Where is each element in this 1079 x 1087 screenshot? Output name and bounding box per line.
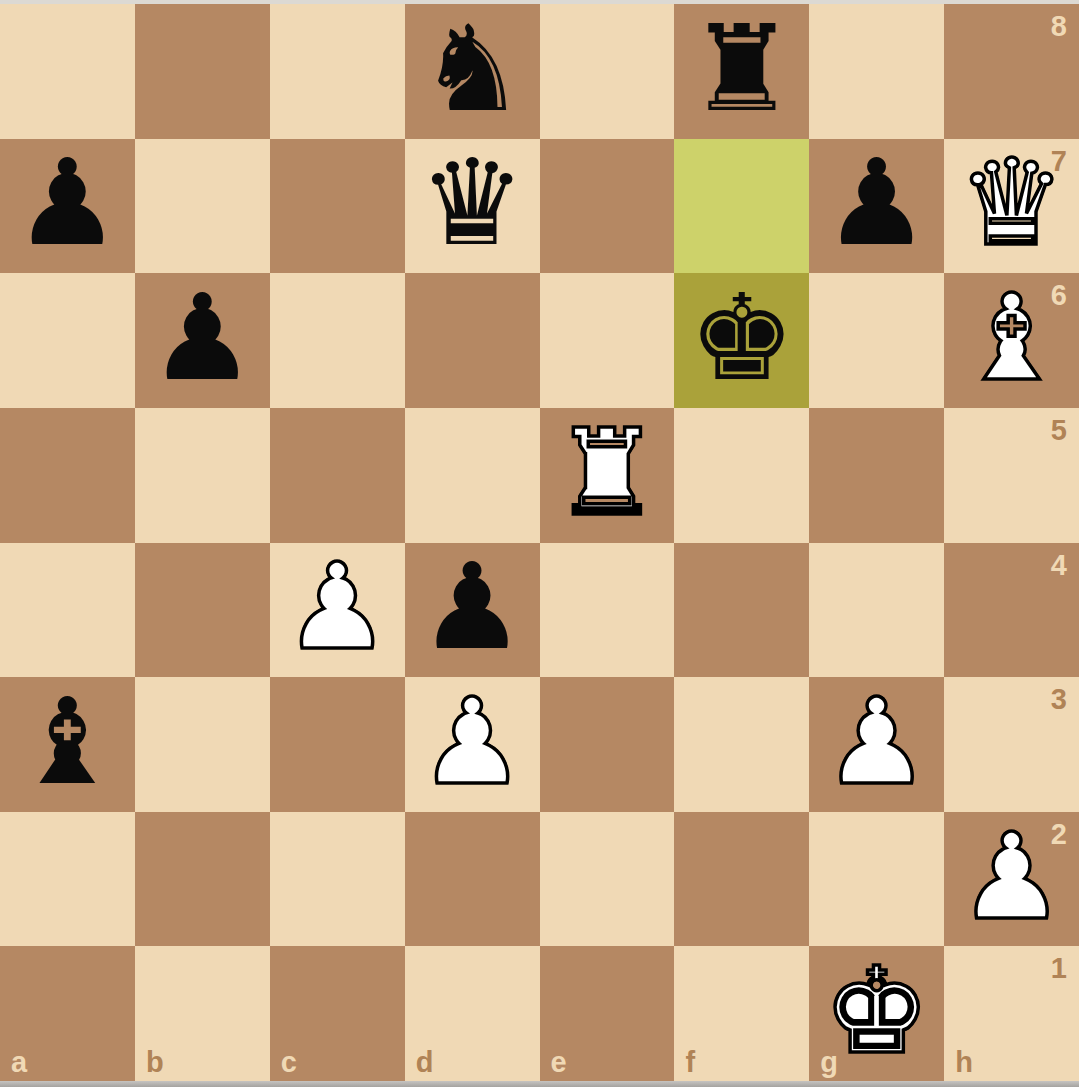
file-label-d: d: [416, 1048, 434, 1077]
square-g8[interactable]: [809, 4, 944, 139]
square-c3[interactable]: [270, 677, 405, 812]
rank-label-3: 3: [1051, 685, 1067, 714]
square-e6[interactable]: [540, 273, 675, 408]
square-d1[interactable]: d: [405, 946, 540, 1081]
square-d3[interactable]: ♟: [405, 677, 540, 812]
square-a3[interactable]: ♝: [0, 677, 135, 812]
square-a8[interactable]: [0, 4, 135, 139]
square-b3[interactable]: [135, 677, 270, 812]
square-d8[interactable]: ♞: [405, 4, 540, 139]
square-d7[interactable]: ♛: [405, 139, 540, 274]
square-b7[interactable]: [135, 139, 270, 274]
square-c6[interactable]: [270, 273, 405, 408]
square-d6[interactable]: [405, 273, 540, 408]
file-label-e: e: [551, 1048, 567, 1077]
black-bishop-piece[interactable]: ♝: [14, 683, 121, 802]
white-pawn-piece[interactable]: ♟: [419, 683, 526, 802]
white-queen-piece[interactable]: ♛: [958, 144, 1065, 263]
square-h4[interactable]: 4: [944, 543, 1079, 678]
square-e2[interactable]: [540, 812, 675, 947]
square-g6[interactable]: [809, 273, 944, 408]
white-pawn-piece[interactable]: ♟: [958, 818, 1065, 937]
square-a4[interactable]: [0, 543, 135, 678]
square-g7[interactable]: ♟: [809, 139, 944, 274]
black-rook-piece[interactable]: ♜: [688, 10, 795, 129]
square-h6[interactable]: ♝6: [944, 273, 1079, 408]
square-a5[interactable]: [0, 408, 135, 543]
white-rook-piece[interactable]: ♜: [554, 414, 661, 533]
rank-label-5: 5: [1051, 416, 1067, 445]
square-g3[interactable]: ♟: [809, 677, 944, 812]
square-g2[interactable]: [809, 812, 944, 947]
square-e8[interactable]: [540, 4, 675, 139]
rank-label-8: 8: [1051, 12, 1067, 41]
chess-board: ♞♜8♟♛♟♛7♟♚♝6♜5♟♟4♝♟♟3♟2abcdef♚gh1: [0, 4, 1079, 1081]
window-bottom-edge: [0, 1081, 1079, 1087]
white-bishop-piece[interactable]: ♝: [958, 279, 1065, 398]
square-c5[interactable]: [270, 408, 405, 543]
square-d2[interactable]: [405, 812, 540, 947]
file-label-g: g: [820, 1048, 838, 1077]
square-c7[interactable]: [270, 139, 405, 274]
square-h2[interactable]: ♟2: [944, 812, 1079, 947]
file-label-c: c: [281, 1048, 297, 1077]
square-a1[interactable]: a: [0, 946, 135, 1081]
white-pawn-piece[interactable]: ♟: [823, 683, 930, 802]
square-e1[interactable]: e: [540, 946, 675, 1081]
square-g4[interactable]: [809, 543, 944, 678]
square-b8[interactable]: [135, 4, 270, 139]
square-e7[interactable]: [540, 139, 675, 274]
square-b6[interactable]: ♟: [135, 273, 270, 408]
rank-label-7: 7: [1051, 147, 1067, 176]
black-queen-piece[interactable]: ♛: [419, 144, 526, 263]
square-d5[interactable]: [405, 408, 540, 543]
square-c2[interactable]: [270, 812, 405, 947]
square-f8[interactable]: ♜: [674, 4, 809, 139]
black-pawn-piece[interactable]: ♟: [419, 548, 526, 667]
black-pawn-piece[interactable]: ♟: [823, 144, 930, 263]
square-b4[interactable]: [135, 543, 270, 678]
square-f4[interactable]: [674, 543, 809, 678]
square-e5[interactable]: ♜: [540, 408, 675, 543]
square-b5[interactable]: [135, 408, 270, 543]
rank-label-6: 6: [1051, 281, 1067, 310]
square-f1[interactable]: f: [674, 946, 809, 1081]
square-f6[interactable]: ♚: [674, 273, 809, 408]
square-h8[interactable]: 8: [944, 4, 1079, 139]
square-f3[interactable]: [674, 677, 809, 812]
black-king-piece[interactable]: ♚: [688, 279, 795, 398]
square-d4[interactable]: ♟: [405, 543, 540, 678]
square-c4[interactable]: ♟: [270, 543, 405, 678]
square-e3[interactable]: [540, 677, 675, 812]
square-a2[interactable]: [0, 812, 135, 947]
square-g5[interactable]: [809, 408, 944, 543]
file-label-b: b: [146, 1048, 164, 1077]
black-pawn-piece[interactable]: ♟: [14, 144, 121, 263]
file-label-h: h: [955, 1048, 973, 1077]
square-h3[interactable]: 3: [944, 677, 1079, 812]
square-h5[interactable]: 5: [944, 408, 1079, 543]
rank-label-4: 4: [1051, 551, 1067, 580]
rank-label-2: 2: [1051, 820, 1067, 849]
white-king-piece[interactable]: ♚: [823, 952, 930, 1071]
white-pawn-piece[interactable]: ♟: [284, 548, 391, 667]
square-c1[interactable]: c: [270, 946, 405, 1081]
chess-app-window: ♞♜8♟♛♟♛7♟♚♝6♜5♟♟4♝♟♟3♟2abcdef♚gh1: [0, 0, 1079, 1087]
square-e4[interactable]: [540, 543, 675, 678]
black-pawn-piece[interactable]: ♟: [149, 279, 256, 398]
square-b1[interactable]: b: [135, 946, 270, 1081]
square-h1[interactable]: h1: [944, 946, 1079, 1081]
square-g1[interactable]: ♚g: [809, 946, 944, 1081]
square-a7[interactable]: ♟: [0, 139, 135, 274]
square-b2[interactable]: [135, 812, 270, 947]
square-f5[interactable]: [674, 408, 809, 543]
square-c8[interactable]: [270, 4, 405, 139]
square-f7[interactable]: [674, 139, 809, 274]
rank-label-1: 1: [1051, 954, 1067, 983]
file-label-f: f: [685, 1048, 695, 1077]
square-a6[interactable]: [0, 273, 135, 408]
square-h7[interactable]: ♛7: [944, 139, 1079, 274]
black-knight-piece[interactable]: ♞: [419, 10, 526, 129]
file-label-a: a: [11, 1048, 27, 1077]
square-f2[interactable]: [674, 812, 809, 947]
